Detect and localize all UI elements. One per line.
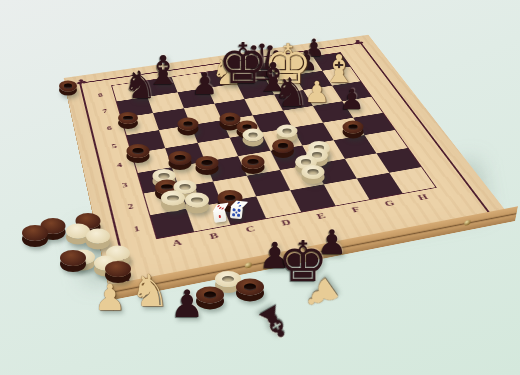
square-d1[interactable] xyxy=(256,190,301,218)
clasp-pin xyxy=(245,262,252,269)
die-front-face xyxy=(213,209,227,223)
rank-label: 3 xyxy=(112,173,139,197)
light-checker[interactable] xyxy=(161,191,185,206)
dark-pawn-g6[interactable]: ♟ xyxy=(339,86,364,114)
die-pip xyxy=(236,202,240,204)
light-checker[interactable] xyxy=(302,165,325,179)
dark-knight-e6[interactable]: ♞ xyxy=(273,72,309,112)
die-front-face xyxy=(230,206,243,219)
light-checker[interactable] xyxy=(277,125,298,138)
file-label: G xyxy=(370,196,411,214)
file-label: A xyxy=(157,235,199,255)
square-f1[interactable] xyxy=(324,179,370,206)
rank-label: 1 xyxy=(123,215,152,242)
die-pip xyxy=(238,209,241,212)
dark-checker[interactable] xyxy=(60,250,86,266)
die-pip xyxy=(237,214,240,217)
square-h2[interactable] xyxy=(377,148,422,173)
dark-checker[interactable] xyxy=(118,112,138,124)
dark-checker[interactable] xyxy=(242,155,265,169)
die-pip xyxy=(232,214,235,217)
dark-checker[interactable] xyxy=(236,279,264,296)
dark-bishop[interactable]: ♝ xyxy=(247,294,301,349)
dark-checker[interactable] xyxy=(105,261,131,277)
square-a1[interactable] xyxy=(150,209,194,238)
dark-checker[interactable] xyxy=(178,118,199,131)
dark-checker[interactable] xyxy=(169,151,192,165)
dark-knight-b7[interactable]: ♞ xyxy=(123,66,157,104)
light-pawn[interactable]: ♟ xyxy=(94,280,126,316)
dark-pawn-c7[interactable]: ♟ xyxy=(192,69,219,99)
file-label: F xyxy=(336,202,377,220)
square-e1[interactable] xyxy=(290,184,335,212)
file-label: B xyxy=(194,228,236,248)
square-g1[interactable] xyxy=(357,173,403,200)
dark-checker[interactable] xyxy=(343,121,364,134)
light-checker[interactable] xyxy=(243,129,264,142)
square-g2[interactable] xyxy=(345,153,389,178)
light-checker[interactable] xyxy=(86,229,110,244)
die-pip xyxy=(218,215,221,218)
file-label: H xyxy=(403,190,444,208)
dark-checker[interactable] xyxy=(272,139,294,153)
square-d2[interactable] xyxy=(247,170,290,196)
light-checker[interactable] xyxy=(185,193,209,208)
dark-checker[interactable] xyxy=(22,225,48,241)
dark-pawn[interactable]: ♟ xyxy=(170,285,204,323)
square-h1[interactable] xyxy=(389,167,435,193)
clasp-pin xyxy=(464,219,471,225)
dark-checker[interactable] xyxy=(59,81,77,92)
rank-label: 2 xyxy=(117,194,145,220)
scene: ♣ ♣ ABCDEFGH 87654321 ♞♝♟♞♚♛♝♚♟♟♞♟♝♟♟♞♟♝… xyxy=(0,0,520,375)
rank-label: 4 xyxy=(107,154,133,177)
dark-checker[interactable] xyxy=(127,144,150,158)
dark-checker[interactable] xyxy=(196,156,219,170)
light-knight[interactable]: ♞ xyxy=(130,269,169,313)
